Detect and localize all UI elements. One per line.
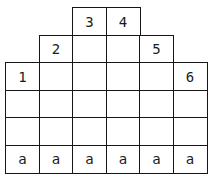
- grid-row-5: [5, 117, 208, 146]
- cell-r4-c3[interactable]: [72, 90, 107, 119]
- cell-r1-c4: 4: [106, 7, 141, 36]
- cell-r6-c5: a: [139, 145, 174, 174]
- grid-row-2: 2 5: [39, 35, 208, 64]
- cell-r5-c1[interactable]: [5, 117, 40, 146]
- cell-r5-c2[interactable]: [39, 117, 74, 146]
- grid-row-4: [5, 90, 208, 119]
- cell-r3-c6: 6: [173, 62, 208, 91]
- cell-r6-c3: a: [72, 145, 107, 174]
- cell-r4-c1[interactable]: [5, 90, 40, 119]
- cell-r4-c6[interactable]: [173, 90, 208, 119]
- puzzle-board: 3 4 2 5 1 6: [0, 0, 214, 179]
- cell-r3-c4[interactable]: [106, 62, 141, 91]
- cell-r5-c3[interactable]: [72, 117, 107, 146]
- cell-r1-c3: 3: [72, 7, 107, 36]
- cell-r6-c4: a: [106, 145, 141, 174]
- cell-r3-c5[interactable]: [139, 62, 174, 91]
- cell-r6-c1: a: [5, 145, 40, 174]
- cell-r2-c5: 5: [139, 35, 174, 64]
- cell-r2-c2: 2: [39, 35, 74, 64]
- cell-r6-c2: a: [39, 145, 74, 174]
- cell-r4-c4[interactable]: [106, 90, 141, 119]
- cell-r2-c3[interactable]: [72, 35, 107, 64]
- cell-r4-c5[interactable]: [139, 90, 174, 119]
- grid-row-3: 1 6: [5, 62, 208, 91]
- puzzle-grid: 3 4 2 5 1 6: [5, 7, 208, 174]
- cell-r5-c5[interactable]: [139, 117, 174, 146]
- cell-r5-c4[interactable]: [106, 117, 141, 146]
- cell-r2-c4[interactable]: [106, 35, 141, 64]
- grid-row-1: 3 4: [72, 7, 208, 36]
- cell-r6-c6: a: [173, 145, 208, 174]
- cell-r4-c2[interactable]: [39, 90, 74, 119]
- cell-r3-c1: 1: [5, 62, 40, 91]
- cell-r3-c2[interactable]: [39, 62, 74, 91]
- cell-r3-c3[interactable]: [72, 62, 107, 91]
- grid-row-6: a a a a a a: [5, 145, 208, 174]
- cell-r5-c6[interactable]: [173, 117, 208, 146]
